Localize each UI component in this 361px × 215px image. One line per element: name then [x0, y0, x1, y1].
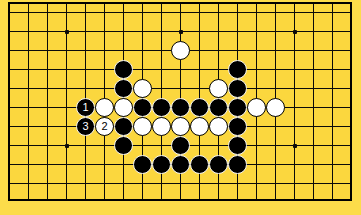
go-diagram: 132	[0, 0, 361, 215]
board-frame	[8, 2, 352, 201]
